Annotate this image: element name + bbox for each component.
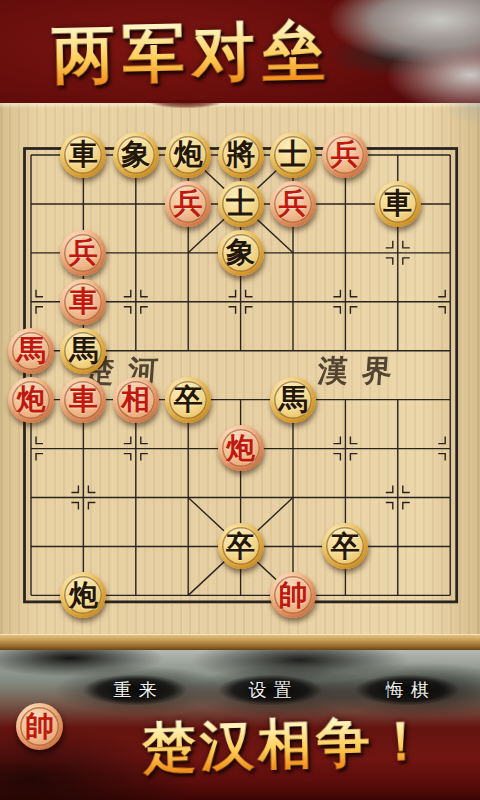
piece-black-soldier[interactable]: 卒 <box>165 377 211 423</box>
piece-black-soldier[interactable]: 卒 <box>322 523 368 569</box>
piece-red-soldier[interactable]: 兵 <box>322 132 368 178</box>
piece-black-elephant-glyph: 象 <box>121 140 150 169</box>
piece-black-horse-glyph: 馬 <box>278 385 307 414</box>
piece-black-general[interactable]: 將 <box>218 132 264 178</box>
piece-red-chariot-glyph: 車 <box>69 287 98 316</box>
settings-button-label: 设置 <box>242 678 299 702</box>
piece-red-horse[interactable]: 馬 <box>8 328 54 374</box>
piece-red-soldier[interactable]: 兵 <box>165 181 211 227</box>
piece-red-elephant[interactable]: 相 <box>113 377 159 423</box>
piece-red-cannon-glyph: 炮 <box>226 434 255 463</box>
piece-black-cannon[interactable]: 炮 <box>60 572 106 618</box>
pieces-grid[interactable]: 車象炮將士兵兵士兵車兵象車馬馬炮車相卒馬炮卒卒炮帥 <box>5 131 477 620</box>
restart-button-label: 重来 <box>107 678 164 702</box>
piece-red-soldier-glyph: 兵 <box>278 189 307 218</box>
piece-red-cannon-glyph: 炮 <box>16 385 45 414</box>
piece-black-advisor[interactable]: 士 <box>218 181 264 227</box>
piece-black-soldier-glyph: 卒 <box>174 385 203 414</box>
piece-red-cannon[interactable]: 炮 <box>8 377 54 423</box>
red-general-icon-char: 帥 <box>25 707 54 747</box>
piece-black-chariot-glyph: 車 <box>69 140 98 169</box>
piece-black-advisor-glyph: 士 <box>226 189 255 218</box>
piece-black-soldier[interactable]: 卒 <box>218 523 264 569</box>
piece-black-advisor-glyph: 士 <box>278 140 307 169</box>
page-title: 两军对垒 <box>51 5 353 99</box>
xiangqi-app: 两军对垒 楚河 漢界 車象炮將士兵兵士兵車兵象車馬馬炮車相卒馬炮卒卒炮帥 重来 … <box>0 0 480 800</box>
piece-black-advisor[interactable]: 士 <box>270 132 316 178</box>
piece-black-elephant[interactable]: 象 <box>113 132 159 178</box>
piece-red-soldier-glyph: 兵 <box>174 189 203 218</box>
piece-red-elephant-glyph: 相 <box>121 385 150 414</box>
piece-black-chariot[interactable]: 車 <box>60 132 106 178</box>
top-banner: 两军对垒 <box>0 0 480 103</box>
piece-red-soldier-glyph: 兵 <box>331 140 360 169</box>
piece-black-chariot-glyph: 車 <box>383 189 412 218</box>
red-general-icon: 帥 <box>16 703 63 750</box>
piece-red-chariot[interactable]: 車 <box>60 279 106 325</box>
restart-button[interactable]: 重来 <box>73 671 197 709</box>
piece-black-cannon-glyph: 炮 <box>174 140 203 169</box>
piece-black-general-glyph: 將 <box>226 140 255 169</box>
piece-black-horse[interactable]: 馬 <box>60 328 106 374</box>
piece-black-elephant-glyph: 象 <box>226 238 255 267</box>
piece-red-soldier[interactable]: 兵 <box>60 230 106 276</box>
settings-button[interactable]: 设置 <box>208 671 332 709</box>
footer-title: 楚汉相争！ <box>141 703 480 784</box>
piece-black-soldier-glyph: 卒 <box>226 532 255 561</box>
piece-red-chariot-glyph: 車 <box>69 385 98 414</box>
board-frame-bottom <box>0 635 480 650</box>
piece-black-horse-glyph: 馬 <box>69 336 98 365</box>
undo-button-label: 悔棋 <box>379 678 436 702</box>
piece-red-soldier[interactable]: 兵 <box>270 181 316 227</box>
piece-black-chariot[interactable]: 車 <box>375 181 421 227</box>
piece-red-general-glyph: 帥 <box>278 581 307 610</box>
piece-red-horse-glyph: 馬 <box>16 336 45 365</box>
piece-red-general[interactable]: 帥 <box>270 572 316 618</box>
xiangqi-board[interactable]: 楚河 漢界 車象炮將士兵兵士兵車兵象車馬馬炮車相卒馬炮卒卒炮帥 <box>0 103 480 650</box>
piece-black-soldier-glyph: 卒 <box>331 532 360 561</box>
piece-black-cannon[interactable]: 炮 <box>165 132 211 178</box>
piece-red-soldier-glyph: 兵 <box>69 238 98 267</box>
piece-black-horse[interactable]: 馬 <box>270 377 316 423</box>
piece-red-cannon[interactable]: 炮 <box>218 425 264 471</box>
piece-red-chariot[interactable]: 車 <box>60 377 106 423</box>
piece-black-cannon-glyph: 炮 <box>69 581 98 610</box>
piece-black-elephant[interactable]: 象 <box>218 230 264 276</box>
